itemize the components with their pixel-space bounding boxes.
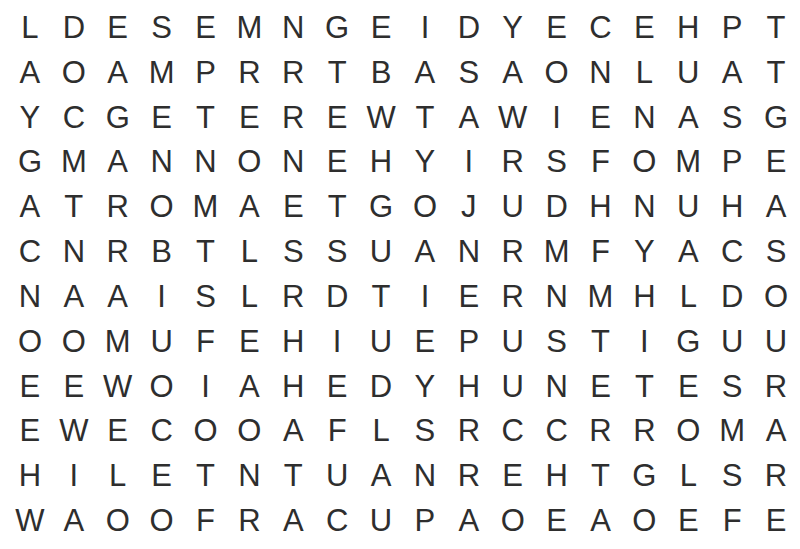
grid-cell-r11c13[interactable]: H (535, 453, 579, 498)
grid-cell-r5c1[interactable]: A (8, 184, 52, 229)
grid-cell-r6c14[interactable]: F (579, 229, 623, 274)
grid-cell-r12c18[interactable]: E (754, 498, 798, 543)
grid-cell-r2c2[interactable]: O (52, 50, 96, 95)
grid-cell-r2c7[interactable]: R (271, 50, 315, 95)
grid-cell-r6c11[interactable]: N (447, 229, 491, 274)
grid-cell-r5c15[interactable]: N (622, 184, 666, 229)
grid-cell-r7c7[interactable]: R (271, 274, 315, 319)
grid-cell-r9c5[interactable]: I (184, 364, 228, 409)
grid-cell-r9c14[interactable]: E (579, 364, 623, 409)
grid-cell-r3c9[interactable]: W (359, 95, 403, 140)
grid-cell-r10c14[interactable]: R (579, 408, 623, 453)
grid-cell-r7c4[interactable]: I (140, 274, 184, 319)
grid-cell-r1c4[interactable]: S (140, 5, 184, 50)
grid-cell-r5c16[interactable]: U (666, 184, 710, 229)
grid-cell-r10c16[interactable]: O (666, 408, 710, 453)
grid-cell-r12c3[interactable]: O (96, 498, 140, 543)
grid-cell-r10c13[interactable]: C (535, 408, 579, 453)
grid-cell-r3c8[interactable]: E (315, 95, 359, 140)
grid-cell-r3c13[interactable]: I (535, 95, 579, 140)
grid-cell-r1c6[interactable]: M (227, 5, 271, 50)
grid-cell-r5c9[interactable]: G (359, 184, 403, 229)
grid-cell-r1c12[interactable]: Y (491, 5, 535, 50)
grid-cell-r11c1[interactable]: H (8, 453, 52, 498)
grid-cell-r4c18[interactable]: E (754, 139, 798, 184)
grid-cell-r10c10[interactable]: S (403, 408, 447, 453)
grid-cell-r2c13[interactable]: O (535, 50, 579, 95)
grid-cell-r9c2[interactable]: E (52, 364, 96, 409)
grid-cell-r8c3[interactable]: M (96, 319, 140, 364)
grid-cell-r4c16[interactable]: M (666, 139, 710, 184)
grid-cell-r8c12[interactable]: U (491, 319, 535, 364)
grid-cell-r9c9[interactable]: D (359, 364, 403, 409)
grid-cell-r8c11[interactable]: P (447, 319, 491, 364)
grid-cell-r1c14[interactable]: C (579, 5, 623, 50)
grid-cell-r5c14[interactable]: H (579, 184, 623, 229)
grid-cell-r2c10[interactable]: A (403, 50, 447, 95)
grid-cell-r11c4[interactable]: E (140, 453, 184, 498)
grid-cell-r11c9[interactable]: A (359, 453, 403, 498)
grid-cell-r1c9[interactable]: E (359, 5, 403, 50)
grid-cell-r1c11[interactable]: D (447, 5, 491, 50)
grid-cell-r1c1[interactable]: L (8, 5, 52, 50)
grid-cell-r8c16[interactable]: G (666, 319, 710, 364)
grid-cell-r12c1[interactable]: W (8, 498, 52, 543)
grid-cell-r11c10[interactable]: N (403, 453, 447, 498)
grid-cell-r11c17[interactable]: S (710, 453, 754, 498)
grid-cell-r9c7[interactable]: H (271, 364, 315, 409)
grid-cell-r4c3[interactable]: A (96, 139, 140, 184)
grid-cell-r2c9[interactable]: B (359, 50, 403, 95)
grid-cell-r2c15[interactable]: L (622, 50, 666, 95)
grid-cell-r2c17[interactable]: A (710, 50, 754, 95)
grid-cell-r2c1[interactable]: A (8, 50, 52, 95)
grid-cell-r10c15[interactable]: R (622, 408, 666, 453)
grid-cell-r8c14[interactable]: T (579, 319, 623, 364)
grid-cell-r8c10[interactable]: E (403, 319, 447, 364)
grid-cell-r6c16[interactable]: A (666, 229, 710, 274)
grid-cell-r2c5[interactable]: P (184, 50, 228, 95)
grid-cell-r2c8[interactable]: T (315, 50, 359, 95)
grid-cell-r11c2[interactable]: I (52, 453, 96, 498)
grid-cell-r5c18[interactable]: A (754, 184, 798, 229)
grid-cell-r8c9[interactable]: U (359, 319, 403, 364)
grid-cell-r9c17[interactable]: S (710, 364, 754, 409)
grid-cell-r9c18[interactable]: R (754, 364, 798, 409)
grid-cell-r5c3[interactable]: R (96, 184, 140, 229)
grid-cell-r4c2[interactable]: M (52, 139, 96, 184)
grid-cell-r2c12[interactable]: A (491, 50, 535, 95)
grid-cell-r9c11[interactable]: H (447, 364, 491, 409)
grid-cell-r7c6[interactable]: L (227, 274, 271, 319)
grid-cell-r8c5[interactable]: F (184, 319, 228, 364)
grid-cell-r4c11[interactable]: I (447, 139, 491, 184)
grid-cell-r2c16[interactable]: U (666, 50, 710, 95)
grid-cell-r7c2[interactable]: A (52, 274, 96, 319)
grid-cell-r11c7[interactable]: T (271, 453, 315, 498)
grid-cell-r12c4[interactable]: O (140, 498, 184, 543)
grid-cell-r4c6[interactable]: O (227, 139, 271, 184)
grid-cell-r7c12[interactable]: R (491, 274, 535, 319)
grid-cell-r12c6[interactable]: R (227, 498, 271, 543)
grid-cell-r1c7[interactable]: N (271, 5, 315, 50)
grid-cell-r5c8[interactable]: T (315, 184, 359, 229)
grid-cell-r2c14[interactable]: N (579, 50, 623, 95)
grid-cell-r1c13[interactable]: E (535, 5, 579, 50)
grid-cell-r3c1[interactable]: Y (8, 95, 52, 140)
grid-cell-r1c5[interactable]: E (184, 5, 228, 50)
grid-cell-r3c5[interactable]: T (184, 95, 228, 140)
grid-cell-r12c2[interactable]: A (52, 498, 96, 543)
grid-cell-r11c6[interactable]: N (227, 453, 271, 498)
grid-cell-r11c8[interactable]: U (315, 453, 359, 498)
grid-cell-r11c14[interactable]: T (579, 453, 623, 498)
grid-cell-r5c11[interactable]: J (447, 184, 491, 229)
grid-cell-r11c3[interactable]: L (96, 453, 140, 498)
grid-cell-r6c4[interactable]: B (140, 229, 184, 274)
grid-cell-r2c6[interactable]: R (227, 50, 271, 95)
grid-cell-r4c7[interactable]: N (271, 139, 315, 184)
grid-cell-r4c14[interactable]: F (579, 139, 623, 184)
grid-cell-r4c4[interactable]: N (140, 139, 184, 184)
grid-cell-r5c6[interactable]: A (227, 184, 271, 229)
grid-cell-r12c5[interactable]: F (184, 498, 228, 543)
grid-cell-r12c17[interactable]: F (710, 498, 754, 543)
grid-cell-r2c18[interactable]: T (754, 50, 798, 95)
grid-cell-r3c15[interactable]: N (622, 95, 666, 140)
grid-cell-r8c6[interactable]: E (227, 319, 271, 364)
grid-cell-r8c17[interactable]: U (710, 319, 754, 364)
grid-cell-r4c13[interactable]: S (535, 139, 579, 184)
grid-cell-r9c10[interactable]: Y (403, 364, 447, 409)
grid-cell-r7c18[interactable]: O (754, 274, 798, 319)
grid-cell-r3c16[interactable]: A (666, 95, 710, 140)
grid-cell-r5c4[interactable]: O (140, 184, 184, 229)
grid-cell-r12c15[interactable]: O (622, 498, 666, 543)
grid-cell-r1c18[interactable]: T (754, 5, 798, 50)
grid-cell-r8c15[interactable]: I (622, 319, 666, 364)
grid-cell-r10c17[interactable]: M (710, 408, 754, 453)
grid-cell-r6c15[interactable]: Y (622, 229, 666, 274)
grid-cell-r9c12[interactable]: U (491, 364, 535, 409)
grid-cell-r6c17[interactable]: C (710, 229, 754, 274)
grid-cell-r8c4[interactable]: U (140, 319, 184, 364)
grid-cell-r1c10[interactable]: I (403, 5, 447, 50)
grid-cell-r1c15[interactable]: E (622, 5, 666, 50)
grid-cell-r7c3[interactable]: A (96, 274, 140, 319)
grid-cell-r6c3[interactable]: R (96, 229, 140, 274)
grid-cell-r6c18[interactable]: S (754, 229, 798, 274)
grid-cell-r4c15[interactable]: O (622, 139, 666, 184)
grid-cell-r11c18[interactable]: R (754, 453, 798, 498)
grid-cell-r7c9[interactable]: T (359, 274, 403, 319)
grid-cell-r4c9[interactable]: H (359, 139, 403, 184)
grid-cell-r6c9[interactable]: U (359, 229, 403, 274)
grid-cell-r7c10[interactable]: I (403, 274, 447, 319)
grid-cell-r11c11[interactable]: R (447, 453, 491, 498)
grid-cell-r11c16[interactable]: L (666, 453, 710, 498)
grid-cell-r10c3[interactable]: E (96, 408, 140, 453)
grid-cell-r11c15[interactable]: G (622, 453, 666, 498)
grid-cell-r12c11[interactable]: A (447, 498, 491, 543)
word-search-grid: LDESEMNGEIDYECEHPTAOAMPRRTBASAONLUATYCGE… (8, 5, 798, 543)
grid-cell-r10c9[interactable]: L (359, 408, 403, 453)
grid-cell-r10c7[interactable]: A (271, 408, 315, 453)
grid-cell-r6c2[interactable]: N (52, 229, 96, 274)
grid-cell-r12c9[interactable]: U (359, 498, 403, 543)
grid-cell-r12c13[interactable]: E (535, 498, 579, 543)
grid-cell-r9c1[interactable]: E (8, 364, 52, 409)
grid-cell-r8c7[interactable]: H (271, 319, 315, 364)
grid-cell-r7c16[interactable]: L (666, 274, 710, 319)
grid-cell-r5c5[interactable]: M (184, 184, 228, 229)
grid-cell-r9c3[interactable]: W (96, 364, 140, 409)
grid-cell-r4c10[interactable]: Y (403, 139, 447, 184)
grid-cell-r6c13[interactable]: M (535, 229, 579, 274)
grid-cell-r12c8[interactable]: C (315, 498, 359, 543)
grid-cell-r6c10[interactable]: A (403, 229, 447, 274)
grid-cell-r5c7[interactable]: E (271, 184, 315, 229)
grid-cell-r7c15[interactable]: H (622, 274, 666, 319)
grid-cell-r10c4[interactable]: C (140, 408, 184, 453)
grid-cell-r1c17[interactable]: P (710, 5, 754, 50)
grid-cell-r6c7[interactable]: S (271, 229, 315, 274)
grid-cell-r3c10[interactable]: T (403, 95, 447, 140)
grid-cell-r9c13[interactable]: N (535, 364, 579, 409)
grid-cell-r10c6[interactable]: O (227, 408, 271, 453)
grid-cell-r10c11[interactable]: R (447, 408, 491, 453)
grid-cell-r2c11[interactable]: S (447, 50, 491, 95)
grid-cell-r7c8[interactable]: D (315, 274, 359, 319)
grid-cell-r6c8[interactable]: S (315, 229, 359, 274)
grid-cell-r9c8[interactable]: E (315, 364, 359, 409)
grid-cell-r7c14[interactable]: M (579, 274, 623, 319)
grid-cell-r11c12[interactable]: E (491, 453, 535, 498)
grid-cell-r10c8[interactable]: F (315, 408, 359, 453)
grid-cell-r3c2[interactable]: C (52, 95, 96, 140)
grid-cell-r3c11[interactable]: A (447, 95, 491, 140)
grid-cell-r8c18[interactable]: U (754, 319, 798, 364)
grid-cell-r12c10[interactable]: P (403, 498, 447, 543)
grid-cell-r10c12[interactable]: C (491, 408, 535, 453)
grid-cell-r10c5[interactable]: O (184, 408, 228, 453)
grid-cell-r4c5[interactable]: N (184, 139, 228, 184)
grid-cell-r12c16[interactable]: E (666, 498, 710, 543)
grid-cell-r3c17[interactable]: S (710, 95, 754, 140)
grid-cell-r12c14[interactable]: A (579, 498, 623, 543)
grid-cell-r1c16[interactable]: H (666, 5, 710, 50)
grid-cell-r3c18[interactable]: G (754, 95, 798, 140)
grid-cell-r9c16[interactable]: E (666, 364, 710, 409)
grid-cell-r3c3[interactable]: G (96, 95, 140, 140)
grid-cell-r5c17[interactable]: H (710, 184, 754, 229)
grid-cell-r12c12[interactable]: O (491, 498, 535, 543)
grid-cell-r1c8[interactable]: G (315, 5, 359, 50)
grid-cell-r8c8[interactable]: I (315, 319, 359, 364)
grid-cell-r7c17[interactable]: D (710, 274, 754, 319)
grid-cell-r3c14[interactable]: E (579, 95, 623, 140)
grid-cell-r9c15[interactable]: T (622, 364, 666, 409)
grid-cell-r8c2[interactable]: O (52, 319, 96, 364)
grid-cell-r7c1[interactable]: N (8, 274, 52, 319)
grid-cell-r10c2[interactable]: W (52, 408, 96, 453)
grid-cell-r7c13[interactable]: N (535, 274, 579, 319)
grid-cell-r5c2[interactable]: T (52, 184, 96, 229)
grid-cell-r6c6[interactable]: L (227, 229, 271, 274)
grid-cell-r5c13[interactable]: D (535, 184, 579, 229)
grid-cell-r2c3[interactable]: A (96, 50, 140, 95)
grid-cell-r8c1[interactable]: O (8, 319, 52, 364)
grid-cell-r9c4[interactable]: O (140, 364, 184, 409)
grid-cell-r12c7[interactable]: A (271, 498, 315, 543)
grid-cell-r7c11[interactable]: E (447, 274, 491, 319)
grid-cell-r1c2[interactable]: D (52, 5, 96, 50)
grid-cell-r5c12[interactable]: U (491, 184, 535, 229)
grid-cell-r10c18[interactable]: A (754, 408, 798, 453)
grid-cell-r1c3[interactable]: E (96, 5, 140, 50)
grid-cell-r6c1[interactable]: C (8, 229, 52, 274)
grid-cell-r3c6[interactable]: E (227, 95, 271, 140)
grid-cell-r4c12[interactable]: R (491, 139, 535, 184)
grid-cell-r8c13[interactable]: S (535, 319, 579, 364)
grid-cell-r4c17[interactable]: P (710, 139, 754, 184)
grid-cell-r4c1[interactable]: G (8, 139, 52, 184)
grid-cell-r2c4[interactable]: M (140, 50, 184, 95)
grid-cell-r7c5[interactable]: S (184, 274, 228, 319)
grid-cell-r3c12[interactable]: W (491, 95, 535, 140)
grid-cell-r3c7[interactable]: R (271, 95, 315, 140)
grid-cell-r4c8[interactable]: E (315, 139, 359, 184)
grid-cell-r5c10[interactable]: O (403, 184, 447, 229)
grid-cell-r9c6[interactable]: A (227, 364, 271, 409)
grid-cell-r3c4[interactable]: E (140, 95, 184, 140)
grid-cell-r10c1[interactable]: E (8, 408, 52, 453)
grid-cell-r11c5[interactable]: T (184, 453, 228, 498)
grid-cell-r6c12[interactable]: R (491, 229, 535, 274)
grid-cell-r6c5[interactable]: T (184, 229, 228, 274)
